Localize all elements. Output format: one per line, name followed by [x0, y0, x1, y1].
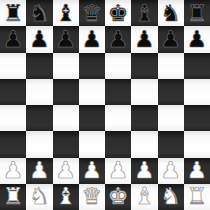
square-d2[interactable]: ♟ [79, 158, 105, 184]
white-pawn[interactable]: ♟ [187, 159, 208, 182]
square-b5[interactable] [26, 79, 52, 105]
square-e5[interactable] [105, 79, 131, 105]
square-d3[interactable] [79, 131, 105, 157]
square-c5[interactable] [53, 79, 79, 105]
square-h2[interactable]: ♟ [184, 158, 210, 184]
square-c2[interactable]: ♟ [53, 158, 79, 184]
square-h5[interactable] [184, 79, 210, 105]
square-h1[interactable]: ♜ [184, 184, 210, 210]
white-rook[interactable]: ♜ [3, 185, 24, 208]
square-h7[interactable]: ♟ [184, 26, 210, 52]
square-c6[interactable] [53, 53, 79, 79]
black-king[interactable]: ♚ [108, 2, 129, 25]
square-f7[interactable]: ♟ [131, 26, 157, 52]
square-h3[interactable] [184, 131, 210, 157]
square-g8[interactable]: ♞ [158, 0, 184, 26]
square-a3[interactable] [0, 131, 26, 157]
square-f4[interactable] [131, 105, 157, 131]
black-bishop[interactable]: ♝ [55, 2, 76, 25]
square-a2[interactable]: ♟ [0, 158, 26, 184]
square-h8[interactable]: ♜ [184, 0, 210, 26]
square-e8[interactable]: ♚ [105, 0, 131, 26]
square-d8[interactable]: ♛ [79, 0, 105, 26]
square-f8[interactable]: ♝ [131, 0, 157, 26]
white-pawn[interactable]: ♟ [134, 159, 155, 182]
square-f1[interactable]: ♝ [131, 184, 157, 210]
square-f3[interactable] [131, 131, 157, 157]
square-c1[interactable]: ♝ [53, 184, 79, 210]
square-f5[interactable] [131, 79, 157, 105]
black-pawn[interactable]: ♟ [187, 28, 208, 51]
square-e2[interactable]: ♟ [105, 158, 131, 184]
white-bishop[interactable]: ♝ [55, 185, 76, 208]
square-d4[interactable] [79, 105, 105, 131]
black-pawn[interactable]: ♟ [55, 28, 76, 51]
black-pawn[interactable]: ♟ [29, 28, 50, 51]
white-bishop[interactable]: ♝ [134, 185, 155, 208]
square-b6[interactable] [26, 53, 52, 79]
square-d1[interactable]: ♛ [79, 184, 105, 210]
square-b2[interactable]: ♟ [26, 158, 52, 184]
white-queen[interactable]: ♛ [82, 185, 103, 208]
square-e4[interactable] [105, 105, 131, 131]
white-pawn[interactable]: ♟ [3, 159, 24, 182]
square-a6[interactable] [0, 53, 26, 79]
white-rook[interactable]: ♜ [187, 185, 208, 208]
square-f6[interactable] [131, 53, 157, 79]
black-rook[interactable]: ♜ [3, 2, 24, 25]
white-pawn[interactable]: ♟ [160, 159, 181, 182]
square-g5[interactable] [158, 79, 184, 105]
black-pawn[interactable]: ♟ [82, 28, 103, 51]
square-e6[interactable] [105, 53, 131, 79]
black-pawn[interactable]: ♟ [134, 28, 155, 51]
square-b1[interactable]: ♞ [26, 184, 52, 210]
black-pawn[interactable]: ♟ [3, 28, 24, 51]
square-f2[interactable]: ♟ [131, 158, 157, 184]
white-knight[interactable]: ♞ [160, 185, 181, 208]
square-g6[interactable] [158, 53, 184, 79]
white-pawn[interactable]: ♟ [55, 159, 76, 182]
white-king[interactable]: ♚ [108, 185, 129, 208]
square-a4[interactable] [0, 105, 26, 131]
square-e7[interactable]: ♟ [105, 26, 131, 52]
square-b7[interactable]: ♟ [26, 26, 52, 52]
square-a8[interactable]: ♜ [0, 0, 26, 26]
square-d6[interactable] [79, 53, 105, 79]
square-g7[interactable]: ♟ [158, 26, 184, 52]
white-knight[interactable]: ♞ [29, 185, 50, 208]
square-a5[interactable] [0, 79, 26, 105]
square-e3[interactable] [105, 131, 131, 157]
white-pawn[interactable]: ♟ [82, 159, 103, 182]
square-g2[interactable]: ♟ [158, 158, 184, 184]
square-d7[interactable]: ♟ [79, 26, 105, 52]
square-d5[interactable] [79, 79, 105, 105]
square-h4[interactable] [184, 105, 210, 131]
black-knight[interactable]: ♞ [29, 2, 50, 25]
square-c8[interactable]: ♝ [53, 0, 79, 26]
square-a1[interactable]: ♜ [0, 184, 26, 210]
black-pawn[interactable]: ♟ [160, 28, 181, 51]
square-g3[interactable] [158, 131, 184, 157]
black-pawn[interactable]: ♟ [108, 28, 129, 51]
square-e1[interactable]: ♚ [105, 184, 131, 210]
square-c3[interactable] [53, 131, 79, 157]
white-pawn[interactable]: ♟ [29, 159, 50, 182]
square-a7[interactable]: ♟ [0, 26, 26, 52]
black-bishop[interactable]: ♝ [134, 2, 155, 25]
square-b3[interactable] [26, 131, 52, 157]
chess-board: ♜♞♝♛♚♝♞♜♟♟♟♟♟♟♟♟♟♟♟♟♟♟♟♟♜♞♝♛♚♝♞♜ [0, 0, 210, 210]
black-rook[interactable]: ♜ [187, 2, 208, 25]
square-g1[interactable]: ♞ [158, 184, 184, 210]
white-pawn[interactable]: ♟ [108, 159, 129, 182]
black-queen[interactable]: ♛ [82, 2, 103, 25]
square-b8[interactable]: ♞ [26, 0, 52, 26]
square-g4[interactable] [158, 105, 184, 131]
square-b4[interactable] [26, 105, 52, 131]
black-knight[interactable]: ♞ [160, 2, 181, 25]
square-c7[interactable]: ♟ [53, 26, 79, 52]
square-c4[interactable] [53, 105, 79, 131]
square-h6[interactable] [184, 53, 210, 79]
